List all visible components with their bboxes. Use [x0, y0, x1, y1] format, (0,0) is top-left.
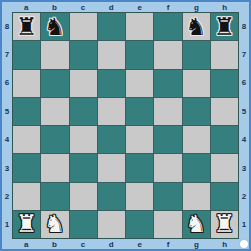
- file-label-g: g: [182, 239, 210, 249]
- square-e6[interactable]: [126, 70, 153, 97]
- white-rook[interactable]: ♜: [214, 211, 236, 237]
- square-b5[interactable]: [41, 98, 68, 125]
- square-c2[interactable]: [70, 183, 97, 210]
- square-e1[interactable]: [126, 211, 153, 238]
- square-e3[interactable]: [126, 154, 153, 181]
- square-c6[interactable]: [70, 70, 97, 97]
- square-c3[interactable]: [70, 154, 97, 181]
- square-f4[interactable]: [154, 126, 181, 153]
- square-a6[interactable]: [13, 70, 40, 97]
- square-d8[interactable]: [98, 13, 125, 40]
- white-knight[interactable]: ♞: [185, 211, 207, 237]
- square-h5[interactable]: [211, 98, 238, 125]
- square-f3[interactable]: [154, 154, 181, 181]
- file-label-f: f: [154, 2, 182, 12]
- file-labels-top: abcdefgh: [12, 2, 239, 12]
- file-label-a: a: [12, 239, 40, 249]
- rank-label-6: 6: [2, 69, 12, 97]
- square-d4[interactable]: [98, 126, 125, 153]
- square-f5[interactable]: [154, 98, 181, 125]
- square-g5[interactable]: [183, 98, 210, 125]
- rank-label-2: 2: [239, 182, 249, 210]
- rank-label-8: 8: [2, 12, 12, 40]
- square-h3[interactable]: [211, 154, 238, 181]
- square-c4[interactable]: [70, 126, 97, 153]
- file-label-d: d: [97, 2, 125, 12]
- file-label-h: h: [211, 2, 239, 12]
- file-label-g: g: [182, 2, 210, 12]
- rank-label-7: 7: [2, 40, 12, 68]
- square-e8[interactable]: [126, 13, 153, 40]
- white-rook[interactable]: ♜: [16, 211, 38, 237]
- square-b8[interactable]: ♞: [41, 13, 68, 40]
- square-h1[interactable]: ♜: [211, 211, 238, 238]
- white-to-move-indicator-dot: [240, 240, 248, 248]
- rank-label-1: 1: [2, 211, 12, 239]
- square-h4[interactable]: [211, 126, 238, 153]
- square-a2[interactable]: [13, 183, 40, 210]
- white-knight[interactable]: ♞: [44, 211, 66, 237]
- file-label-d: d: [97, 239, 125, 249]
- square-d7[interactable]: [98, 41, 125, 68]
- file-label-c: c: [69, 2, 97, 12]
- square-d5[interactable]: [98, 98, 125, 125]
- square-a3[interactable]: [13, 154, 40, 181]
- square-b7[interactable]: [41, 41, 68, 68]
- square-f2[interactable]: [154, 183, 181, 210]
- rank-label-3: 3: [2, 154, 12, 182]
- file-label-h: h: [211, 239, 239, 249]
- rank-label-7: 7: [239, 40, 249, 68]
- square-f7[interactable]: [154, 41, 181, 68]
- square-d1[interactable]: [98, 211, 125, 238]
- file-label-c: c: [69, 239, 97, 249]
- file-label-b: b: [40, 239, 68, 249]
- rank-labels-right: 87654321: [239, 12, 249, 239]
- square-b4[interactable]: [41, 126, 68, 153]
- square-c7[interactable]: [70, 41, 97, 68]
- black-rook[interactable]: ♜: [16, 14, 38, 40]
- rank-label-1: 1: [239, 211, 249, 239]
- rank-label-3: 3: [239, 154, 249, 182]
- rank-label-8: 8: [239, 12, 249, 40]
- square-g4[interactable]: [183, 126, 210, 153]
- square-e2[interactable]: [126, 183, 153, 210]
- square-h2[interactable]: [211, 183, 238, 210]
- square-b3[interactable]: [41, 154, 68, 181]
- square-f8[interactable]: [154, 13, 181, 40]
- square-b2[interactable]: [41, 183, 68, 210]
- square-c1[interactable]: [70, 211, 97, 238]
- square-a7[interactable]: [13, 41, 40, 68]
- file-label-b: b: [40, 2, 68, 12]
- square-a1[interactable]: ♜: [13, 211, 40, 238]
- square-e7[interactable]: [126, 41, 153, 68]
- rank-labels-left: 87654321: [2, 12, 12, 239]
- square-h7[interactable]: [211, 41, 238, 68]
- rank-label-4: 4: [2, 126, 12, 154]
- file-label-a: a: [12, 2, 40, 12]
- file-label-e: e: [126, 2, 154, 12]
- square-h8[interactable]: ♜: [211, 13, 238, 40]
- black-knight[interactable]: ♞: [44, 14, 66, 40]
- chess-board[interactable]: ♜♞♞♜♜♞♞♜: [12, 12, 239, 239]
- rank-label-4: 4: [239, 126, 249, 154]
- rank-label-6: 6: [239, 69, 249, 97]
- square-a5[interactable]: [13, 98, 40, 125]
- rank-label-5: 5: [239, 97, 249, 125]
- file-label-e: e: [126, 239, 154, 249]
- square-d3[interactable]: [98, 154, 125, 181]
- square-f1[interactable]: [154, 211, 181, 238]
- square-d6[interactable]: [98, 70, 125, 97]
- square-c5[interactable]: [70, 98, 97, 125]
- square-g8[interactable]: ♞: [183, 13, 210, 40]
- square-h6[interactable]: [211, 70, 238, 97]
- square-e4[interactable]: [126, 126, 153, 153]
- square-d2[interactable]: [98, 183, 125, 210]
- rank-label-5: 5: [2, 97, 12, 125]
- square-g7[interactable]: [183, 41, 210, 68]
- square-g1[interactable]: ♞: [183, 211, 210, 238]
- square-a8[interactable]: ♜: [13, 13, 40, 40]
- black-rook[interactable]: ♜: [214, 14, 236, 40]
- file-labels-bottom: abcdefgh: [12, 239, 239, 249]
- square-c8[interactable]: [70, 13, 97, 40]
- square-g2[interactable]: [183, 183, 210, 210]
- square-e5[interactable]: [126, 98, 153, 125]
- square-b6[interactable]: [41, 70, 68, 97]
- square-g3[interactable]: [183, 154, 210, 181]
- square-b1[interactable]: ♞: [41, 211, 68, 238]
- rank-label-2: 2: [2, 182, 12, 210]
- file-label-f: f: [154, 239, 182, 249]
- square-f6[interactable]: [154, 70, 181, 97]
- chess-board-window: abcdefgh abcdefgh 87654321 87654321 ♜♞♞♜…: [0, 0, 251, 251]
- square-a4[interactable]: [13, 126, 40, 153]
- square-g6[interactable]: [183, 70, 210, 97]
- black-knight[interactable]: ♞: [185, 14, 207, 40]
